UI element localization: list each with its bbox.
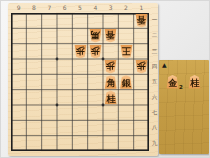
piece-kanji: 香 xyxy=(104,30,117,40)
shogi-piece-pawn-4三[interactable]: 歩 xyxy=(89,45,102,59)
file-label: 6 xyxy=(57,4,72,12)
piece-kanji: 馬 xyxy=(89,30,102,40)
shogi-piece-lance-3二[interactable]: 香 xyxy=(104,29,117,43)
file-label: 3 xyxy=(103,4,118,12)
shogi-piece-knight-3六[interactable]: 桂 xyxy=(104,91,117,105)
piece-kanji: 銀 xyxy=(120,78,133,88)
piece-kanji: 桂 xyxy=(188,78,201,88)
rank-label: 六 xyxy=(150,90,159,105)
piece-kanji: 桂 xyxy=(104,94,117,104)
rank-label: 五 xyxy=(150,74,159,89)
shogi-piece-pawn-5三[interactable]: 歩 xyxy=(74,45,87,59)
hand-piece-gold[interactable]: 金 xyxy=(166,75,179,89)
file-label: 4 xyxy=(88,4,103,12)
rank-label: 九 xyxy=(150,136,159,151)
hand-pieces: 金2桂 xyxy=(159,60,209,154)
piece-kanji: 歩 xyxy=(74,45,87,55)
piece-kanji: 歩 xyxy=(89,45,102,55)
file-label: 2 xyxy=(118,4,133,12)
hand-piece-count: 2 xyxy=(179,84,183,90)
shogi-diagram: 987654321 一二三四五六七八九 香馬香歩歩王歩歩角銀桂 ▲ 金2桂 xyxy=(0,0,210,158)
rank-label: 七 xyxy=(150,105,159,120)
piece-kanji: 香 xyxy=(135,14,148,24)
shogi-piece-promoted-bishop-4二[interactable]: 馬 xyxy=(89,29,102,43)
shogi-piece-bishop-3五[interactable]: 角 xyxy=(104,75,117,89)
hand-slot-knight: 桂 xyxy=(188,75,208,91)
hand-piece-knight[interactable]: 桂 xyxy=(188,75,201,89)
file-label: 1 xyxy=(134,4,149,12)
file-labels: 987654321 xyxy=(11,4,149,12)
hand-slot-gold: 金2 xyxy=(166,75,186,91)
rank-label: 一 xyxy=(150,13,159,28)
piece-kanji: 歩 xyxy=(135,60,148,70)
rank-label: 八 xyxy=(150,120,159,135)
piece-kanji: 金 xyxy=(166,78,179,88)
shogi-piece-lance-1一[interactable]: 香 xyxy=(135,14,148,28)
shogi-piece-pawn-3四[interactable]: 歩 xyxy=(104,60,117,74)
rank-label: 二 xyxy=(150,28,159,43)
piece-kanji: 王 xyxy=(120,45,133,55)
file-label: 9 xyxy=(11,4,26,12)
file-label: 8 xyxy=(26,4,41,12)
piece-kanji: 歩 xyxy=(104,60,117,70)
file-label: 5 xyxy=(72,4,87,12)
shogi-piece-silver-2五[interactable]: 銀 xyxy=(120,75,133,89)
pieces-layer: 香馬香歩歩王歩歩角銀桂 xyxy=(11,13,149,151)
rank-labels: 一二三四五六七八九 xyxy=(150,13,159,151)
komadai-sente: ▲ 金2桂 xyxy=(159,60,209,154)
shogi-piece-king-2三[interactable]: 王 xyxy=(120,45,133,59)
file-label: 7 xyxy=(42,4,57,12)
rank-label: 三 xyxy=(150,44,159,59)
piece-kanji: 角 xyxy=(104,78,117,88)
shogi-piece-pawn-1四[interactable]: 歩 xyxy=(135,60,148,74)
rank-label: 四 xyxy=(150,59,159,74)
